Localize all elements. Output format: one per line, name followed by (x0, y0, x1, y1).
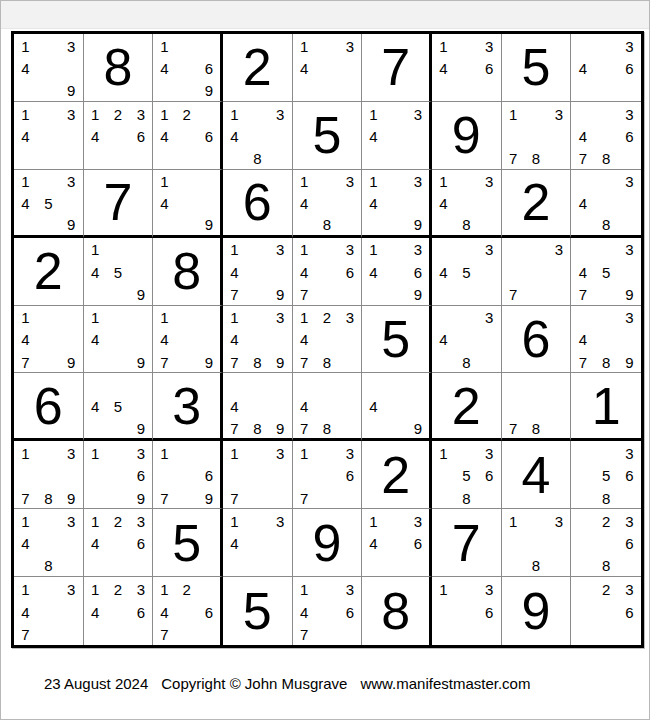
cell-r5c8[interactable]: 6 (502, 306, 572, 374)
candidate-slot (107, 417, 130, 439)
cell-r9c7[interactable]: 136 (432, 577, 502, 645)
footer: 23 August 2024 Copyright © John Musgrave… (44, 675, 530, 692)
cell-r6c9[interactable]: 1 (571, 373, 641, 441)
candidate-mark: 9 (407, 417, 429, 439)
candidate-mark: 4 (84, 395, 107, 417)
candidate-slot (107, 600, 130, 623)
candidate-mark: 8 (595, 554, 618, 576)
candidate-slot (525, 124, 548, 146)
candidate-slot (502, 238, 525, 260)
solved-digit: 8 (381, 585, 410, 637)
candidate-slot (316, 464, 339, 486)
cell-r7c3[interactable]: 1679 (153, 441, 223, 509)
candidate-mark: 1 (362, 102, 384, 124)
candidate-slot (223, 146, 246, 168)
candidate-mark: 1 (223, 441, 246, 463)
candidate-slot (316, 441, 339, 463)
solved-digit: 3 (172, 380, 201, 432)
candidate-mark: 3 (60, 441, 83, 463)
cell-r1c1[interactable]: 1349 (14, 34, 84, 102)
cell-r9c1[interactable]: 1347 (14, 577, 84, 645)
candidate-mark: 3 (618, 306, 641, 328)
candidate-slot (571, 464, 594, 486)
candidate-slot (84, 373, 107, 395)
cell-r7c4[interactable]: 137 (223, 441, 293, 509)
cell-r5c4[interactable]: 134789 (223, 306, 293, 374)
candidate-mark: 4 (14, 532, 37, 554)
candidate-mark: 4 (14, 191, 37, 213)
candidate-mark: 7 (153, 350, 175, 372)
candidate-slot (455, 238, 478, 260)
cell-r2c8[interactable]: 1378 (502, 102, 572, 170)
solved-digit: 7 (381, 41, 410, 93)
cell-r6c6[interactable]: 49 (362, 373, 432, 441)
cell-r1c8[interactable]: 5 (502, 34, 572, 102)
candidate-slot (176, 441, 198, 463)
candidate-mark: 3 (618, 34, 641, 56)
cell-r5c1[interactable]: 1479 (14, 306, 84, 374)
candidate-mark: 3 (269, 306, 292, 328)
candidate-slot (176, 350, 198, 372)
candidate-mark: 5 (595, 260, 618, 282)
candidate-slot (432, 486, 455, 508)
candidate-mark: 1 (293, 170, 316, 192)
candidate-slot (362, 373, 384, 395)
candidate-mark: 1 (14, 34, 37, 56)
candidate-mark: 1 (432, 170, 455, 192)
candidate-slot (84, 350, 107, 372)
cell-r8c4[interactable]: 134 (223, 509, 293, 577)
candidate-slot (60, 191, 83, 213)
candidate-mark: 3 (478, 34, 501, 56)
candidate-slot (338, 282, 361, 304)
candidate-slot (618, 554, 641, 576)
candidate-slot (129, 622, 152, 645)
candidate-mark: 2 (107, 509, 130, 531)
candidate-mark: 8 (595, 146, 618, 168)
solved-digit: 1 (592, 380, 621, 432)
solved-digit: 5 (313, 109, 342, 161)
candidate-mark: 4 (153, 124, 175, 146)
cell-r8c1[interactable]: 1348 (14, 509, 84, 577)
candidate-mark: 3 (60, 170, 83, 192)
candidate-slot (223, 373, 246, 395)
candidate-slot (198, 622, 220, 645)
solved-digit: 2 (34, 245, 63, 297)
candidate-mark: 2 (316, 306, 339, 328)
cell-r3c6[interactable]: 1349 (362, 170, 432, 238)
cell-r5c9[interactable]: 34789 (571, 306, 641, 374)
cell-r9c4[interactable]: 5 (223, 577, 293, 645)
candidate-slot (595, 34, 618, 56)
solved-digit: 2 (243, 41, 272, 93)
candidate-mark: 9 (618, 350, 641, 372)
candidate-slot (84, 486, 107, 508)
candidate-slot (432, 306, 455, 328)
candidate-slot (338, 486, 361, 508)
candidate-slot (571, 102, 594, 124)
cell-r4c7[interactable]: 345 (432, 238, 502, 306)
cell-r7c2[interactable]: 1369 (84, 441, 154, 509)
candidate-slot (525, 395, 548, 417)
candidate-slot (316, 486, 339, 508)
candidate-slot (571, 34, 594, 56)
candidate-mark: 7 (223, 282, 246, 304)
cell-r3c9[interactable]: 348 (571, 170, 641, 238)
cell-r6c1[interactable]: 6 (14, 373, 84, 441)
candidate-mark: 3 (478, 170, 501, 192)
candidate-slot (595, 282, 618, 304)
candidate-mark: 6 (338, 260, 361, 282)
candidate-slot (571, 306, 594, 328)
candidate-slot (407, 146, 429, 168)
candidate-mark: 4 (223, 260, 246, 282)
candidate-slot (595, 532, 618, 554)
candidate-mark: 1 (153, 306, 175, 328)
cell-r7c8[interactable]: 4 (502, 441, 572, 509)
candidate-slot (60, 124, 83, 146)
candidate-slot (107, 328, 130, 350)
candidate-slot (525, 532, 548, 554)
candidate-mark: 4 (571, 191, 594, 213)
candidate-mark: 8 (525, 554, 548, 576)
cell-r4c9[interactable]: 34579 (571, 238, 641, 306)
cell-r3c4[interactable]: 6 (223, 170, 293, 238)
cell-r4c4[interactable]: 13479 (223, 238, 293, 306)
candidate-mark: 7 (293, 282, 316, 304)
candidate-mark: 1 (223, 238, 246, 260)
cell-r6c8[interactable]: 78 (502, 373, 572, 441)
cell-r6c5[interactable]: 478 (293, 373, 363, 441)
candidate-mark: 3 (478, 441, 501, 463)
candidate-mark: 8 (246, 146, 269, 168)
candidate-slot (198, 170, 220, 192)
candidate-mark: 7 (223, 486, 246, 508)
candidate-mark: 1 (84, 102, 107, 124)
candidate-slot (107, 306, 130, 328)
solved-digit: 4 (522, 449, 551, 501)
candidate-slot (571, 532, 594, 554)
candidate-slot (385, 238, 407, 260)
candidate-mark: 6 (198, 124, 220, 146)
candidate-slot (455, 328, 478, 350)
candidate-slot (153, 146, 175, 168)
cell-r8c9[interactable]: 2368 (571, 509, 641, 577)
candidate-slot (246, 441, 269, 463)
candidate-mark: 7 (502, 417, 525, 439)
cell-r2c4[interactable]: 1348 (223, 102, 293, 170)
candidate-slot (316, 328, 339, 350)
candidate-slot (407, 124, 429, 146)
cell-r1c6[interactable]: 7 (362, 34, 432, 102)
cell-r7c1[interactable]: 13789 (14, 441, 84, 509)
candidate-mark: 3 (618, 509, 641, 531)
cell-r4c2[interactable]: 1459 (84, 238, 154, 306)
cell-r3c2[interactable]: 7 (84, 170, 154, 238)
cell-r8c8[interactable]: 138 (502, 509, 572, 577)
cell-r3c1[interactable]: 13459 (14, 170, 84, 238)
candidate-mark: 3 (60, 577, 83, 600)
candidate-slot (153, 213, 175, 235)
cell-r7c6[interactable]: 2 (362, 441, 432, 509)
candidate-slot (269, 124, 292, 146)
candidate-mark: 4 (362, 395, 384, 417)
candidate-mark: 5 (455, 464, 478, 486)
candidate-mark: 4 (362, 260, 384, 282)
candidate-mark: 4 (84, 260, 107, 282)
cell-r1c3[interactable]: 1469 (153, 34, 223, 102)
candidate-mark: 1 (362, 509, 384, 531)
candidate-slot (129, 238, 152, 260)
candidate-slot (37, 328, 60, 350)
candidate-slot (246, 328, 269, 350)
cell-r5c5[interactable]: 123478 (293, 306, 363, 374)
candidate-slot (478, 79, 501, 101)
candidate-slot (246, 306, 269, 328)
top-band (1, 1, 649, 29)
candidate-mark: 6 (338, 600, 361, 623)
cell-r7c9[interactable]: 3568 (571, 441, 641, 509)
candidate-slot (547, 417, 570, 439)
candidate-slot (595, 124, 618, 146)
candidate-slot (316, 622, 339, 645)
candidate-mark: 3 (338, 306, 361, 328)
cell-r9c5[interactable]: 13467 (293, 577, 363, 645)
cell-r5c3[interactable]: 1479 (153, 306, 223, 374)
cell-r2c9[interactable]: 34678 (571, 102, 641, 170)
candidate-slot (432, 213, 455, 235)
candidate-slot (595, 306, 618, 328)
candidate-mark: 9 (407, 282, 429, 304)
candidate-slot (455, 441, 478, 463)
candidate-slot (37, 34, 60, 56)
candidate-slot (338, 79, 361, 101)
cell-r7c7[interactable]: 13568 (432, 441, 502, 509)
candidate-slot (571, 213, 594, 235)
solved-digit: 9 (522, 585, 551, 637)
candidate-slot (246, 509, 269, 531)
candidate-slot (14, 554, 37, 576)
candidate-mark: 1 (153, 34, 175, 56)
candidate-slot (107, 238, 130, 260)
candidate-slot (37, 600, 60, 623)
cell-r1c5[interactable]: 134 (293, 34, 363, 102)
cell-r6c3[interactable]: 3 (153, 373, 223, 441)
candidate-slot (547, 532, 570, 554)
cell-r5c2[interactable]: 149 (84, 306, 154, 374)
cell-r8c2[interactable]: 12346 (84, 509, 154, 577)
candidate-mark: 3 (478, 577, 501, 600)
candidate-mark: 1 (14, 102, 37, 124)
cell-r5c6[interactable]: 5 (362, 306, 432, 374)
candidate-slot (525, 238, 548, 260)
candidate-mark: 9 (269, 350, 292, 372)
cell-r6c7[interactable]: 2 (432, 373, 502, 441)
candidate-mark: 2 (176, 577, 198, 600)
candidate-slot (60, 622, 83, 645)
candidate-slot (571, 238, 594, 260)
solved-digit: 5 (381, 313, 410, 365)
candidate-slot (407, 395, 429, 417)
candidate-slot (107, 441, 130, 463)
cell-r3c3[interactable]: 149 (153, 170, 223, 238)
candidate-mark: 1 (84, 306, 107, 328)
cell-r8c6[interactable]: 1346 (362, 509, 432, 577)
candidate-slot (618, 213, 641, 235)
candidate-slot (223, 464, 246, 486)
candidate-slot (432, 282, 455, 304)
candidate-slot (153, 464, 175, 486)
candidate-mark: 2 (595, 509, 618, 531)
solved-digit: 2 (381, 449, 410, 501)
cell-r1c2[interactable]: 8 (84, 34, 154, 102)
cell-r1c4[interactable]: 2 (223, 34, 293, 102)
candidate-slot (571, 600, 594, 623)
candidate-slot (338, 395, 361, 417)
candidate-mark: 8 (455, 213, 478, 235)
candidate-mark: 1 (293, 34, 316, 56)
candidate-slot (502, 373, 525, 395)
candidate-slot (176, 464, 198, 486)
candidate-slot (223, 554, 246, 576)
cell-r3c7[interactable]: 1348 (432, 170, 502, 238)
candidate-slot (338, 328, 361, 350)
candidate-mark: 8 (246, 350, 269, 372)
candidate-slot (269, 554, 292, 576)
candidate-mark: 1 (14, 577, 37, 600)
candidate-slot (502, 554, 525, 576)
candidate-mark: 2 (107, 102, 130, 124)
candidate-mark: 1 (293, 238, 316, 260)
candidate-mark: 3 (338, 34, 361, 56)
candidate-slot (385, 554, 407, 576)
cell-r8c3[interactable]: 5 (153, 509, 223, 577)
candidate-slot (618, 486, 641, 508)
candidate-slot (176, 306, 198, 328)
cell-r9c2[interactable]: 12346 (84, 577, 154, 645)
candidate-slot (60, 328, 83, 350)
candidate-slot (595, 328, 618, 350)
candidate-mark: 3 (618, 441, 641, 463)
candidate-mark: 4 (84, 328, 107, 350)
candidate-slot (129, 260, 152, 282)
cell-r3c5[interactable]: 1348 (293, 170, 363, 238)
cell-r2c6[interactable]: 134 (362, 102, 432, 170)
candidate-mark: 5 (455, 260, 478, 282)
candidate-slot (595, 622, 618, 645)
candidate-mark: 6 (129, 600, 152, 623)
candidate-slot (107, 124, 130, 146)
candidate-mark: 3 (547, 238, 570, 260)
candidate-mark: 6 (198, 56, 220, 78)
solved-digit: 2 (522, 176, 551, 228)
solved-digit: 6 (522, 313, 551, 365)
candidate-mark: 1 (362, 170, 384, 192)
candidate-slot (60, 600, 83, 623)
candidate-mark: 8 (595, 350, 618, 372)
cell-r8c7[interactable]: 7 (432, 509, 502, 577)
candidate-mark: 9 (60, 79, 83, 101)
cell-r4c8[interactable]: 37 (502, 238, 572, 306)
candidate-mark: 3 (269, 238, 292, 260)
candidate-mark: 3 (129, 577, 152, 600)
candidate-slot (107, 282, 130, 304)
candidate-mark: 4 (362, 532, 384, 554)
candidate-slot (385, 191, 407, 213)
cell-r7c5[interactable]: 1367 (293, 441, 363, 509)
cell-r4c3[interactable]: 8 (153, 238, 223, 306)
candidate-mark: 6 (129, 464, 152, 486)
candidate-slot (618, 146, 641, 168)
cell-r2c7[interactable]: 9 (432, 102, 502, 170)
cell-r1c9[interactable]: 346 (571, 34, 641, 102)
footer-website: www.manifestmaster.com (360, 675, 530, 692)
candidate-slot (246, 464, 269, 486)
candidate-slot (432, 622, 455, 645)
candidate-slot (60, 56, 83, 78)
candidate-slot (316, 170, 339, 192)
candidate-mark: 4 (153, 328, 175, 350)
candidate-slot (246, 554, 269, 576)
candidate-slot (37, 146, 60, 168)
candidate-slot (107, 622, 130, 645)
cell-r8c5[interactable]: 9 (293, 509, 363, 577)
cell-r6c4[interactable]: 4789 (223, 373, 293, 441)
cell-r9c9[interactable]: 236 (571, 577, 641, 645)
cell-r9c6[interactable]: 8 (362, 577, 432, 645)
candidate-slot (37, 56, 60, 78)
cell-r1c7[interactable]: 1346 (432, 34, 502, 102)
candidate-slot (455, 191, 478, 213)
candidate-slot (432, 350, 455, 372)
candidate-slot (455, 622, 478, 645)
cell-r4c1[interactable]: 2 (14, 238, 84, 306)
candidate-mark: 4 (432, 56, 455, 78)
cell-r9c3[interactable]: 12467 (153, 577, 223, 645)
candidate-mark: 3 (60, 102, 83, 124)
candidate-mark: 6 (129, 124, 152, 146)
candidate-mark: 6 (198, 464, 220, 486)
candidate-slot (14, 213, 37, 235)
candidate-mark: 4 (432, 260, 455, 282)
candidate-slot (246, 102, 269, 124)
candidate-slot (595, 600, 618, 623)
candidate-slot (385, 509, 407, 531)
cell-r3c8[interactable]: 2 (502, 170, 572, 238)
candidate-slot (198, 102, 220, 124)
cell-r5c7[interactable]: 348 (432, 306, 502, 374)
candidate-slot (37, 79, 60, 101)
candidate-mark: 3 (338, 577, 361, 600)
candidate-slot (595, 56, 618, 78)
candidate-slot (547, 146, 570, 168)
cell-r2c1[interactable]: 134 (14, 102, 84, 170)
cell-r6c2[interactable]: 459 (84, 373, 154, 441)
candidate-mark: 1 (362, 238, 384, 260)
cell-r2c2[interactable]: 12346 (84, 102, 154, 170)
candidate-slot (525, 282, 548, 304)
cell-r4c6[interactable]: 13469 (362, 238, 432, 306)
candidate-mark: 7 (223, 417, 246, 439)
candidate-mark: 1 (432, 577, 455, 600)
cell-r4c5[interactable]: 13467 (293, 238, 363, 306)
cell-r2c5[interactable]: 5 (293, 102, 363, 170)
candidate-mark: 3 (338, 441, 361, 463)
cell-r9c8[interactable]: 9 (502, 577, 572, 645)
cell-r2c3[interactable]: 1246 (153, 102, 223, 170)
candidate-slot (316, 600, 339, 623)
candidate-slot (316, 577, 339, 600)
